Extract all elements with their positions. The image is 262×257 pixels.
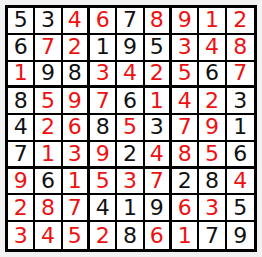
cell-r5c2[interactable]: 2: [35, 115, 62, 142]
cell-r4c7[interactable]: 4: [172, 88, 199, 115]
cell-r7c1[interactable]: 9: [8, 169, 35, 196]
cell-r8c8[interactable]: 3: [199, 195, 226, 222]
cell-r6c1[interactable]: 7: [8, 142, 35, 169]
cell-r2c6[interactable]: 5: [145, 35, 172, 62]
cell-r3c9[interactable]: 7: [227, 62, 254, 89]
cell-r8c1[interactable]: 2: [8, 195, 35, 222]
cell-r4c2[interactable]: 5: [35, 88, 62, 115]
cell-r8c5[interactable]: 1: [117, 195, 144, 222]
cell-r2c2[interactable]: 7: [35, 35, 62, 62]
cell-r1c4[interactable]: 6: [90, 8, 117, 35]
cell-r2c3[interactable]: 2: [63, 35, 90, 62]
cell-r8c9[interactable]: 5: [227, 195, 254, 222]
cell-r2c5[interactable]: 9: [117, 35, 144, 62]
cell-r2c7[interactable]: 3: [172, 35, 199, 62]
cell-r7c4[interactable]: 5: [90, 169, 117, 196]
cell-r3c4[interactable]: 3: [90, 62, 117, 89]
cell-r8c7[interactable]: 6: [172, 195, 199, 222]
cell-r1c1[interactable]: 5: [8, 8, 35, 35]
cell-r9c5[interactable]: 8: [117, 222, 144, 249]
cell-r9c1[interactable]: 3: [8, 222, 35, 249]
cell-r5c8[interactable]: 9: [199, 115, 226, 142]
cell-r4c5[interactable]: 6: [117, 88, 144, 115]
cell-r1c9[interactable]: 2: [227, 8, 254, 35]
cell-r3c6[interactable]: 2: [145, 62, 172, 89]
cell-r7c2[interactable]: 6: [35, 169, 62, 196]
cell-r6c6[interactable]: 4: [145, 142, 172, 169]
cell-r3c5[interactable]: 4: [117, 62, 144, 89]
cell-r9c2[interactable]: 4: [35, 222, 62, 249]
cell-r6c9[interactable]: 6: [227, 142, 254, 169]
cell-r3c7[interactable]: 5: [172, 62, 199, 89]
cell-r7c9[interactable]: 4: [227, 169, 254, 196]
cell-r3c3[interactable]: 8: [63, 62, 90, 89]
cell-r1c5[interactable]: 7: [117, 8, 144, 35]
cell-r6c2[interactable]: 1: [35, 142, 62, 169]
cell-r6c5[interactable]: 2: [117, 142, 144, 169]
cell-r1c8[interactable]: 1: [199, 8, 226, 35]
cell-r7c5[interactable]: 3: [117, 169, 144, 196]
cell-r8c4[interactable]: 4: [90, 195, 117, 222]
cell-r6c3[interactable]: 3: [63, 142, 90, 169]
cell-r4c9[interactable]: 3: [227, 88, 254, 115]
cell-r2c1[interactable]: 6: [8, 35, 35, 62]
cell-r1c2[interactable]: 3: [35, 8, 62, 35]
cell-r2c9[interactable]: 8: [227, 35, 254, 62]
cell-r3c1[interactable]: 1: [8, 62, 35, 89]
cell-r5c7[interactable]: 7: [172, 115, 199, 142]
cell-r8c2[interactable]: 8: [35, 195, 62, 222]
cell-r4c6[interactable]: 1: [145, 88, 172, 115]
cell-r4c4[interactable]: 7: [90, 88, 117, 115]
cell-r4c8[interactable]: 2: [199, 88, 226, 115]
cell-r4c1[interactable]: 8: [8, 88, 35, 115]
cell-r7c6[interactable]: 7: [145, 169, 172, 196]
cell-r6c4[interactable]: 9: [90, 142, 117, 169]
cell-r9c9[interactable]: 9: [227, 222, 254, 249]
cell-r8c3[interactable]: 7: [63, 195, 90, 222]
cell-r5c6[interactable]: 3: [145, 115, 172, 142]
cell-r9c4[interactable]: 2: [90, 222, 117, 249]
cell-r4c3[interactable]: 9: [63, 88, 90, 115]
cell-r8c6[interactable]: 9: [145, 195, 172, 222]
cell-r5c4[interactable]: 8: [90, 115, 117, 142]
cell-r3c2[interactable]: 9: [35, 62, 62, 89]
cell-r9c6[interactable]: 6: [145, 222, 172, 249]
cell-r5c5[interactable]: 5: [117, 115, 144, 142]
cell-r2c4[interactable]: 1: [90, 35, 117, 62]
cell-r5c3[interactable]: 6: [63, 115, 90, 142]
cell-r6c7[interactable]: 8: [172, 142, 199, 169]
cell-r3c8[interactable]: 6: [199, 62, 226, 89]
cell-r1c6[interactable]: 8: [145, 8, 172, 35]
cell-r9c7[interactable]: 1: [172, 222, 199, 249]
cell-r7c7[interactable]: 2: [172, 169, 199, 196]
cell-r9c8[interactable]: 7: [199, 222, 226, 249]
cell-r5c9[interactable]: 1: [227, 115, 254, 142]
cell-r1c3[interactable]: 4: [63, 8, 90, 35]
cell-r7c8[interactable]: 8: [199, 169, 226, 196]
cell-r9c3[interactable]: 5: [63, 222, 90, 249]
cell-r6c8[interactable]: 5: [199, 142, 226, 169]
cell-r7c3[interactable]: 1: [63, 169, 90, 196]
cell-r1c7[interactable]: 9: [172, 8, 199, 35]
cell-r2c8[interactable]: 4: [199, 35, 226, 62]
cell-r5c1[interactable]: 4: [8, 115, 35, 142]
sudoku-board: 5346789126721953481983425678597614234268…: [5, 5, 257, 252]
